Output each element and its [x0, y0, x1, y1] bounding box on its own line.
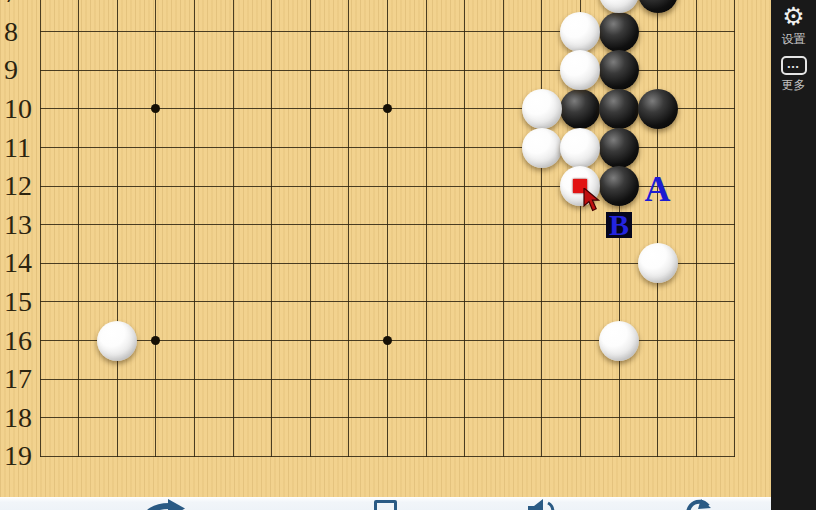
undo-arrow-icon[interactable] — [684, 499, 712, 510]
ellipsis-box-icon: … — [781, 56, 807, 75]
more-label: 更多 — [771, 77, 816, 94]
variation-label-B[interactable]: B — [606, 212, 632, 238]
settings-button[interactable]: ⚙ 设置 — [771, 3, 816, 48]
grid-vline — [233, 0, 234, 457]
row-label: 10 — [4, 92, 38, 126]
stone-white — [599, 0, 639, 13]
speaker-icon[interactable] — [528, 499, 560, 510]
grid-vline — [464, 0, 465, 457]
star-point — [151, 336, 160, 345]
stone-white — [560, 12, 600, 52]
stone-black — [599, 128, 639, 168]
stone-black — [599, 12, 639, 52]
grid-vline — [310, 0, 311, 457]
stone-white — [560, 50, 600, 90]
star-point — [383, 104, 392, 113]
stone-white — [522, 128, 562, 168]
branch-arrow-icon[interactable] — [140, 499, 186, 510]
row-label: 17 — [4, 362, 38, 396]
mouse-cursor-red-arrow — [583, 188, 602, 213]
go-app-window: 78910111213141516171819AB ⚙ 设置 … 更多 — [0, 0, 816, 510]
star-point — [151, 104, 160, 113]
row-label: 18 — [4, 401, 38, 435]
grid-vline — [657, 0, 658, 457]
grid-vline — [426, 0, 427, 457]
grid-vline — [194, 0, 195, 457]
grid-vline — [734, 0, 735, 457]
star-point — [383, 336, 392, 345]
grid-vline — [271, 0, 272, 457]
settings-label: 设置 — [771, 31, 816, 48]
row-label: 19 — [4, 439, 38, 473]
right-sidebar: ⚙ 设置 … 更多 — [771, 0, 816, 510]
stone-white — [599, 321, 639, 361]
stone-black — [599, 166, 639, 206]
grid-vline — [503, 0, 504, 457]
stone-white — [638, 243, 678, 283]
bottom-toolbar — [0, 497, 771, 510]
gear-icon: ⚙ — [771, 3, 816, 29]
row-label: 9 — [4, 53, 38, 87]
grid-vline — [348, 0, 349, 457]
grid-vline — [387, 0, 388, 457]
row-label: 8 — [4, 15, 38, 49]
stone-black — [560, 89, 600, 129]
grid-vline — [696, 0, 697, 457]
stone-black — [638, 89, 678, 129]
row-label: 15 — [4, 285, 38, 319]
row-label: 16 — [4, 324, 38, 358]
stone-white — [560, 128, 600, 168]
stone-white — [97, 321, 137, 361]
row-label: 14 — [4, 246, 38, 280]
row-label: 11 — [4, 131, 38, 165]
row-label: 13 — [4, 208, 38, 242]
stone-black — [638, 0, 678, 13]
grid-vline — [117, 0, 118, 457]
grid-vline — [541, 0, 542, 457]
grid-vline — [40, 0, 41, 457]
grid-vline — [78, 0, 79, 457]
board-square-icon[interactable] — [374, 500, 397, 510]
go-board[interactable]: 78910111213141516171819AB — [0, 0, 771, 497]
row-label: 12 — [4, 169, 38, 203]
stone-black — [599, 50, 639, 90]
stone-white — [522, 89, 562, 129]
variation-label-A[interactable]: A — [638, 169, 678, 209]
stone-black — [599, 89, 639, 129]
more-button[interactable]: … 更多 — [771, 54, 816, 94]
variation-letter: B — [606, 208, 632, 242]
grid-vline — [155, 0, 156, 457]
row-label: 7 — [4, 0, 38, 10]
